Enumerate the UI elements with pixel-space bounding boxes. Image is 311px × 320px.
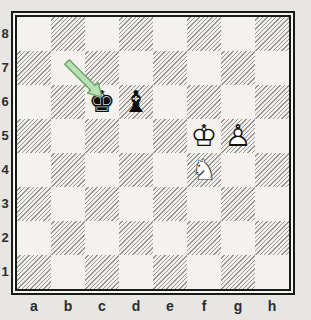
file-label-a: a: [17, 296, 51, 316]
square-f1: [187, 255, 221, 289]
square-a2: [17, 221, 51, 255]
rank-label-2: 2: [0, 221, 10, 255]
square-b5: [51, 119, 85, 153]
square-d1: [119, 255, 153, 289]
square-e8: [153, 17, 187, 51]
square-b8: [51, 17, 85, 51]
square-c6: ♚: [85, 85, 119, 119]
square-a1: [17, 255, 51, 289]
square-c4: [85, 153, 119, 187]
file-label-f: f: [187, 296, 221, 316]
square-a6: [17, 85, 51, 119]
square-c3: [85, 187, 119, 221]
square-h7: [255, 51, 289, 85]
square-b2: [51, 221, 85, 255]
square-f6: [187, 85, 221, 119]
rank-label-7: 7: [0, 51, 10, 85]
square-a7: [17, 51, 51, 85]
chess-diagram: { "game": "chess", "position": { "fen": …: [0, 0, 311, 320]
square-c8: [85, 17, 119, 51]
square-e6: [153, 85, 187, 119]
rank-label-3: 3: [0, 187, 10, 221]
chess-board: ♚♝♚♔♟♙♞♘: [11, 11, 295, 295]
square-h4: [255, 153, 289, 187]
square-a3: [17, 187, 51, 221]
square-f4: ♞♘: [187, 153, 221, 187]
square-d7: [119, 51, 153, 85]
square-e4: [153, 153, 187, 187]
square-h5: [255, 119, 289, 153]
piece-white-pawn-g5: ♟♙: [221, 119, 255, 153]
square-f2: [187, 221, 221, 255]
square-e2: [153, 221, 187, 255]
rank-label-8: 8: [0, 17, 10, 51]
square-f8: [187, 17, 221, 51]
black-king-glyph: ♚: [85, 85, 119, 119]
square-c2: [85, 221, 119, 255]
square-h8: [255, 17, 289, 51]
square-b4: [51, 153, 85, 187]
rank-label-5: 5: [0, 119, 10, 153]
file-label-e: e: [153, 296, 187, 316]
square-e5: [153, 119, 187, 153]
square-b6: [51, 85, 85, 119]
black-bishop-glyph: ♝: [119, 85, 153, 119]
file-label-d: d: [119, 296, 153, 316]
square-g3: [221, 187, 255, 221]
square-a5: [17, 119, 51, 153]
square-e7: [153, 51, 187, 85]
white-pawn-glyph: ♙: [221, 119, 255, 153]
piece-white-knight-f4: ♞♘: [187, 153, 221, 187]
rank-label-4: 4: [0, 153, 10, 187]
rank-label-6: 6: [0, 85, 10, 119]
square-h6: [255, 85, 289, 119]
square-c5: [85, 119, 119, 153]
file-label-c: c: [85, 296, 119, 316]
white-knight-glyph: ♘: [187, 153, 221, 187]
square-f3: [187, 187, 221, 221]
file-label-g: g: [221, 296, 255, 316]
piece-black-bishop-d6: ♝: [119, 85, 153, 119]
square-g4: [221, 153, 255, 187]
square-b7: [51, 51, 85, 85]
square-d4: [119, 153, 153, 187]
square-d8: [119, 17, 153, 51]
square-g5: ♟♙: [221, 119, 255, 153]
square-d3: [119, 187, 153, 221]
square-g8: [221, 17, 255, 51]
board-grid: ♚♝♚♔♟♙♞♘: [15, 15, 291, 291]
square-d6: ♝: [119, 85, 153, 119]
square-f7: [187, 51, 221, 85]
square-c1: [85, 255, 119, 289]
square-d5: [119, 119, 153, 153]
square-g2: [221, 221, 255, 255]
square-h1: [255, 255, 289, 289]
file-label-b: b: [51, 296, 85, 316]
square-b3: [51, 187, 85, 221]
square-g7: [221, 51, 255, 85]
piece-black-king-c6: ♚: [85, 85, 119, 119]
square-a4: [17, 153, 51, 187]
square-e3: [153, 187, 187, 221]
square-e1: [153, 255, 187, 289]
square-d2: [119, 221, 153, 255]
square-g6: [221, 85, 255, 119]
white-king-glyph: ♔: [187, 119, 221, 153]
square-h3: [255, 187, 289, 221]
rank-label-1: 1: [0, 255, 10, 289]
square-b1: [51, 255, 85, 289]
square-a8: [17, 17, 51, 51]
square-f5: ♚♔: [187, 119, 221, 153]
file-label-h: h: [255, 296, 289, 316]
piece-white-king-f5: ♚♔: [187, 119, 221, 153]
square-c7: [85, 51, 119, 85]
square-h2: [255, 221, 289, 255]
square-g1: [221, 255, 255, 289]
